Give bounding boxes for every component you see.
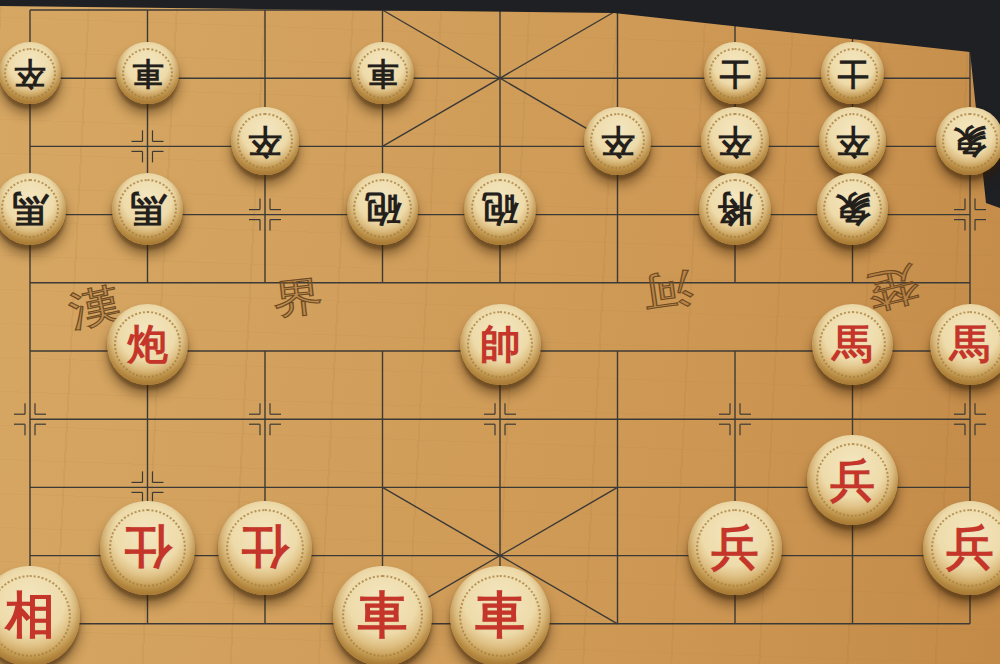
- xiangqi-board: 漢界河楚 卒車車士士卒卒卒卒象馬馬砲砲將象炮帥馬馬兵仕仕兵兵相車車: [0, 0, 1000, 664]
- piece-character: 馬: [130, 191, 166, 227]
- piece-character: 卒: [718, 124, 752, 158]
- river-char-river: 河: [640, 260, 697, 320]
- piece-character: 車: [475, 591, 525, 641]
- piece-character: 仕: [124, 524, 171, 571]
- piece-character: 馬: [832, 324, 873, 365]
- piece-character: 將: [717, 191, 753, 227]
- piece-character: 兵: [830, 458, 875, 503]
- piece-character: 卒: [248, 124, 282, 158]
- piece-black-soldier[interactable]: 卒: [819, 107, 886, 174]
- piece-character: 兵: [711, 524, 758, 571]
- piece-character: 馬: [12, 191, 48, 227]
- piece-red-soldier[interactable]: 兵: [688, 501, 783, 596]
- piece-red-soldier[interactable]: 兵: [807, 435, 897, 525]
- piece-character: 卒: [14, 58, 45, 89]
- piece-character: 仕: [241, 524, 288, 571]
- piece-black-elephant[interactable]: 象: [936, 107, 1000, 174]
- piece-character: 車: [358, 591, 408, 641]
- piece-character: 象: [835, 191, 871, 227]
- piece-character: 卒: [601, 124, 635, 158]
- piece-character: 砲: [365, 191, 401, 227]
- piece-character: 車: [132, 58, 163, 89]
- piece-black-cannon[interactable]: 砲: [347, 173, 419, 245]
- piece-character: 士: [837, 58, 868, 89]
- piece-red-horse[interactable]: 馬: [812, 304, 893, 385]
- piece-character: 相: [5, 591, 55, 641]
- piece-red-advisor[interactable]: 仕: [100, 501, 195, 596]
- xiangqi-photo-scene: 漢界河楚 卒車車士士卒卒卒卒象馬馬砲砲將象炮帥馬馬兵仕仕兵兵相車車: [0, 0, 1000, 664]
- piece-black-cannon[interactable]: 砲: [464, 173, 536, 245]
- piece-black-chariot[interactable]: 車: [351, 42, 414, 105]
- piece-black-horse[interactable]: 馬: [112, 173, 184, 245]
- piece-red-advisor[interactable]: 仕: [218, 501, 313, 596]
- piece-black-soldier[interactable]: 卒: [231, 107, 298, 174]
- piece-black-soldier[interactable]: 卒: [701, 107, 768, 174]
- piece-red-general[interactable]: 帥: [460, 304, 541, 385]
- piece-black-elephant[interactable]: 象: [817, 173, 889, 245]
- piece-black-soldier[interactable]: 卒: [584, 107, 651, 174]
- piece-character: 砲: [482, 191, 518, 227]
- piece-character: 兵: [946, 524, 993, 571]
- piece-black-general[interactable]: 將: [699, 173, 771, 245]
- piece-black-chariot[interactable]: 車: [116, 42, 179, 105]
- piece-red-chariot[interactable]: 車: [333, 566, 432, 664]
- piece-red-cannon[interactable]: 炮: [107, 304, 188, 385]
- piece-character: 炮: [127, 324, 168, 365]
- piece-red-chariot[interactable]: 車: [450, 566, 549, 664]
- piece-character: 象: [953, 124, 987, 158]
- piece-black-advisor[interactable]: 士: [821, 42, 884, 105]
- piece-character: 車: [367, 58, 398, 89]
- piece-character: 士: [719, 58, 750, 89]
- river-char-boundary: 界: [270, 269, 325, 328]
- piece-character: 卒: [836, 124, 870, 158]
- piece-character: 馬: [950, 324, 991, 365]
- piece-character: 帥: [480, 324, 521, 365]
